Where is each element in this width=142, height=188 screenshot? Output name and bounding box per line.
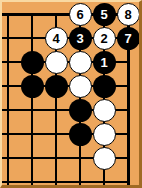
grid-line-horizontal — [0, 37, 20, 39]
intersection-r6c1[interactable] — [0, 122, 20, 146]
intersection-r8c1[interactable] — [0, 170, 20, 188]
grid-line-vertical — [79, 170, 81, 188]
black-stone-move-1: 1 — [93, 51, 116, 74]
black-stone — [45, 75, 68, 98]
intersection-r2c4[interactable]: 3 — [68, 26, 92, 50]
intersection-r3c4[interactable] — [68, 50, 92, 74]
intersection-r5c4[interactable] — [68, 98, 92, 122]
white-stone — [93, 99, 116, 122]
white-stone-move-6: 6 — [69, 3, 92, 26]
grid-line-horizontal — [68, 181, 92, 183]
grid-line-horizontal — [116, 133, 129, 135]
intersection-r1c5[interactable]: 5 — [92, 2, 116, 26]
grid-line-horizontal — [0, 61, 20, 63]
grid-line-horizontal — [0, 133, 20, 135]
intersection-r6c6[interactable] — [116, 122, 140, 146]
grid-line-horizontal — [44, 133, 68, 135]
intersection-r1c3[interactable] — [44, 2, 68, 26]
intersection-r2c5[interactable]: 2 — [92, 26, 116, 50]
intersection-r4c1[interactable] — [0, 74, 20, 98]
black-stone — [69, 99, 92, 122]
intersection-r8c2[interactable] — [20, 170, 44, 188]
intersection-r7c2[interactable] — [20, 146, 44, 170]
white-stone-move-8: 8 — [117, 3, 140, 26]
white-stone-move-4: 4 — [45, 27, 68, 50]
grid-line-horizontal — [0, 157, 20, 159]
move-number: 3 — [76, 32, 83, 45]
intersection-r2c1[interactable] — [0, 26, 20, 50]
grid-line-horizontal — [20, 13, 44, 16]
grid-line-horizontal — [44, 109, 68, 111]
grid-line-horizontal — [116, 109, 129, 111]
intersection-r6c3[interactable] — [44, 122, 68, 146]
intersection-r4c5[interactable] — [92, 74, 116, 98]
intersection-r6c4[interactable] — [68, 122, 92, 146]
white-stone — [69, 75, 92, 98]
go-board-grid: 65843271 — [0, 2, 140, 188]
intersection-r3c3[interactable] — [44, 50, 68, 74]
white-stone — [69, 51, 92, 74]
grid-line-vertical — [127, 170, 130, 188]
grid-line-horizontal — [20, 133, 44, 135]
black-stone — [21, 75, 44, 98]
intersection-r5c3[interactable] — [44, 98, 68, 122]
intersection-r4c4[interactable] — [68, 74, 92, 98]
grid-line-vertical — [31, 170, 33, 188]
intersection-r6c5[interactable] — [92, 122, 116, 146]
intersection-r5c1[interactable] — [0, 98, 20, 122]
intersection-r2c2[interactable] — [20, 26, 44, 50]
intersection-r4c3[interactable] — [44, 74, 68, 98]
white-stone-move-2: 2 — [93, 27, 116, 50]
intersection-r8c3[interactable] — [44, 170, 68, 188]
grid-line-horizontal — [68, 157, 92, 159]
intersection-r4c2[interactable] — [20, 74, 44, 98]
intersection-r2c6[interactable]: 7 — [116, 26, 140, 50]
intersection-r3c2[interactable] — [20, 50, 44, 74]
grid-line-horizontal — [20, 109, 44, 111]
move-number: 4 — [52, 32, 59, 45]
intersection-r2c3[interactable]: 4 — [44, 26, 68, 50]
grid-line-vertical — [103, 170, 105, 188]
move-number: 5 — [100, 8, 107, 21]
white-stone — [93, 147, 116, 170]
intersection-r3c6[interactable] — [116, 50, 140, 74]
black-stone-move-3: 3 — [69, 27, 92, 50]
grid-line-horizontal — [20, 157, 44, 159]
grid-line-horizontal — [116, 181, 129, 183]
black-stone — [21, 51, 44, 74]
intersection-r3c1[interactable] — [0, 50, 20, 74]
black-stone-move-5: 5 — [93, 3, 116, 26]
white-stone — [93, 123, 116, 146]
grid-line-vertical — [7, 170, 9, 188]
grid-line-horizontal — [0, 85, 20, 87]
intersection-r1c2[interactable] — [20, 2, 44, 26]
grid-line-horizontal — [92, 181, 116, 183]
intersection-r5c2[interactable] — [20, 98, 44, 122]
move-number: 6 — [76, 8, 83, 21]
white-stone — [45, 51, 68, 74]
grid-line-horizontal — [0, 13, 20, 16]
intersection-r1c4[interactable]: 6 — [68, 2, 92, 26]
intersection-r7c6[interactable] — [116, 146, 140, 170]
grid-line-horizontal — [0, 181, 20, 183]
grid-line-horizontal — [20, 37, 44, 39]
grid-line-horizontal — [44, 157, 68, 159]
black-stone — [69, 123, 92, 146]
intersection-r4c6[interactable] — [116, 74, 140, 98]
black-stone — [93, 75, 116, 98]
move-number: 1 — [100, 56, 107, 69]
grid-line-vertical — [55, 170, 57, 188]
intersection-r8c6[interactable] — [116, 170, 140, 188]
intersection-r7c3[interactable] — [44, 146, 68, 170]
intersection-r7c5[interactable] — [92, 146, 116, 170]
grid-line-horizontal — [20, 181, 44, 183]
move-number: 7 — [124, 32, 131, 45]
black-stone-move-7: 7 — [117, 27, 140, 50]
intersection-r7c4[interactable] — [68, 146, 92, 170]
intersection-r5c6[interactable] — [116, 98, 140, 122]
intersection-r6c2[interactable] — [20, 122, 44, 146]
intersection-r8c5[interactable] — [92, 170, 116, 188]
intersection-r3c5[interactable]: 1 — [92, 50, 116, 74]
grid-line-horizontal — [44, 181, 68, 183]
intersection-r8c4[interactable] — [68, 170, 92, 188]
move-number: 8 — [124, 8, 131, 21]
grid-line-horizontal — [116, 157, 129, 159]
intersection-r5c5[interactable] — [92, 98, 116, 122]
intersection-r7c1[interactable] — [0, 146, 20, 170]
grid-line-horizontal — [116, 61, 129, 63]
intersection-r1c6[interactable]: 8 — [116, 2, 140, 26]
grid-line-horizontal — [116, 85, 129, 87]
go-board-diagram: 65843271 — [0, 0, 142, 188]
move-number: 2 — [100, 32, 107, 45]
intersection-r1c1[interactable] — [0, 2, 20, 26]
grid-line-horizontal — [0, 109, 20, 111]
grid-line-horizontal — [44, 13, 68, 16]
